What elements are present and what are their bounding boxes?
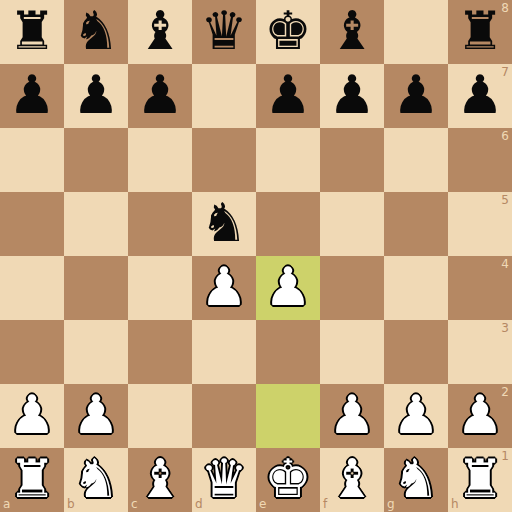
square-a8[interactable]: ♜ [0,0,64,64]
white-pawn-d4[interactable]: ♟ [192,256,256,320]
square-a3[interactable] [0,320,64,384]
black-pawn-h7[interactable]: ♟ [448,64,512,128]
black-bishop-c8[interactable]: ♝ [128,0,192,64]
square-b1[interactable]: ♞b [64,448,128,512]
square-c3[interactable] [128,320,192,384]
white-pawn-f2[interactable]: ♟ [320,384,384,448]
square-b5[interactable] [64,192,128,256]
square-h4[interactable]: 4 [448,256,512,320]
black-king-e8[interactable]: ♚ [256,0,320,64]
black-bishop-f8[interactable]: ♝ [320,0,384,64]
square-a1[interactable]: ♜a [0,448,64,512]
square-c7[interactable]: ♟ [128,64,192,128]
square-b6[interactable] [64,128,128,192]
square-f2[interactable]: ♟ [320,384,384,448]
square-a4[interactable] [0,256,64,320]
white-bishop-f1[interactable]: ♝ [320,448,384,512]
square-d5[interactable]: ♞ [192,192,256,256]
square-g4[interactable] [384,256,448,320]
square-c5[interactable] [128,192,192,256]
square-b3[interactable] [64,320,128,384]
rank-label-4: 4 [501,258,509,270]
black-pawn-f7[interactable]: ♟ [320,64,384,128]
square-h2[interactable]: ♟2 [448,384,512,448]
square-f3[interactable] [320,320,384,384]
square-a2[interactable]: ♟ [0,384,64,448]
black-pawn-g7[interactable]: ♟ [384,64,448,128]
square-h1[interactable]: ♜1h [448,448,512,512]
square-d6[interactable] [192,128,256,192]
square-g1[interactable]: ♞g [384,448,448,512]
square-h3[interactable]: 3 [448,320,512,384]
square-f8[interactable]: ♝ [320,0,384,64]
square-f7[interactable]: ♟ [320,64,384,128]
white-pawn-e4[interactable]: ♟ [256,256,320,320]
square-f5[interactable] [320,192,384,256]
black-rook-h8[interactable]: ♜ [448,0,512,64]
square-g7[interactable]: ♟ [384,64,448,128]
black-pawn-e7[interactable]: ♟ [256,64,320,128]
square-c2[interactable] [128,384,192,448]
square-d4[interactable]: ♟ [192,256,256,320]
black-queen-d8[interactable]: ♛ [192,0,256,64]
square-e6[interactable] [256,128,320,192]
white-pawn-g2[interactable]: ♟ [384,384,448,448]
square-h7[interactable]: ♟7 [448,64,512,128]
square-h5[interactable]: 5 [448,192,512,256]
square-e4[interactable]: ♟ [256,256,320,320]
square-g2[interactable]: ♟ [384,384,448,448]
square-c8[interactable]: ♝ [128,0,192,64]
white-knight-b1[interactable]: ♞ [64,448,128,512]
square-f6[interactable] [320,128,384,192]
square-h6[interactable]: 6 [448,128,512,192]
square-d2[interactable] [192,384,256,448]
white-pawn-a2[interactable]: ♟ [0,384,64,448]
square-f4[interactable] [320,256,384,320]
square-a5[interactable] [0,192,64,256]
square-g3[interactable] [384,320,448,384]
square-c1[interactable]: ♝c [128,448,192,512]
black-knight-d5[interactable]: ♞ [192,192,256,256]
square-b2[interactable]: ♟ [64,384,128,448]
white-rook-h1[interactable]: ♜ [448,448,512,512]
square-c6[interactable] [128,128,192,192]
square-e8[interactable]: ♚ [256,0,320,64]
white-pawn-b2[interactable]: ♟ [64,384,128,448]
square-e3[interactable] [256,320,320,384]
white-pawn-h2[interactable]: ♟ [448,384,512,448]
square-a6[interactable] [0,128,64,192]
square-e7[interactable]: ♟ [256,64,320,128]
square-d8[interactable]: ♛ [192,0,256,64]
square-d1[interactable]: ♛d [192,448,256,512]
chess-board: ♜♞♝♛♚♝♜8♟♟♟♟♟♟♟76♞5♟♟43♟♟♟♟♟2♜a♞b♝c♛d♚e♝… [0,0,512,512]
square-g8[interactable] [384,0,448,64]
square-f1[interactable]: ♝f [320,448,384,512]
square-b4[interactable] [64,256,128,320]
black-knight-b8[interactable]: ♞ [64,0,128,64]
black-pawn-a7[interactable]: ♟ [0,64,64,128]
white-rook-a1[interactable]: ♜ [0,448,64,512]
white-queen-d1[interactable]: ♛ [192,448,256,512]
square-e2[interactable] [256,384,320,448]
white-king-e1[interactable]: ♚ [256,448,320,512]
square-b7[interactable]: ♟ [64,64,128,128]
black-rook-a8[interactable]: ♜ [0,0,64,64]
square-h8[interactable]: ♜8 [448,0,512,64]
square-g5[interactable] [384,192,448,256]
square-g6[interactable] [384,128,448,192]
square-a7[interactable]: ♟ [0,64,64,128]
white-knight-g1[interactable]: ♞ [384,448,448,512]
white-bishop-c1[interactable]: ♝ [128,448,192,512]
square-e1[interactable]: ♚e [256,448,320,512]
square-d7[interactable] [192,64,256,128]
rank-label-5: 5 [501,194,509,206]
black-pawn-b7[interactable]: ♟ [64,64,128,128]
square-b8[interactable]: ♞ [64,0,128,64]
rank-label-3: 3 [501,322,509,334]
square-c4[interactable] [128,256,192,320]
black-pawn-c7[interactable]: ♟ [128,64,192,128]
rank-label-6: 6 [501,130,509,142]
square-d3[interactable] [192,320,256,384]
square-e5[interactable] [256,192,320,256]
